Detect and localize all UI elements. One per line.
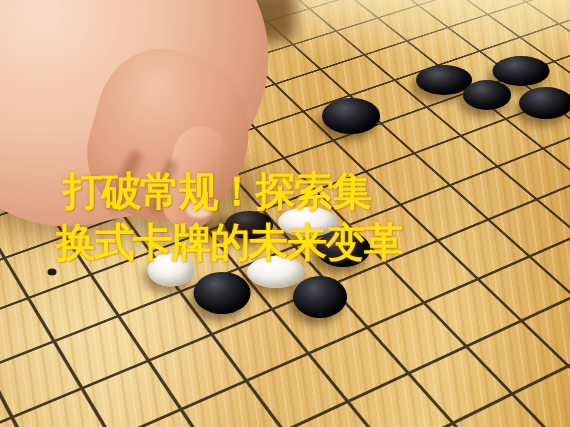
go-photo-scene: 打破常规！探索集 换式卡牌的未来变革: [0, 0, 570, 427]
caption-line-1: 打破常规！探索集: [63, 171, 371, 211]
caption-line-2: 换式卡牌的未来变革: [56, 222, 403, 262]
go-stone-black: [293, 276, 347, 318]
go-stone-black: [322, 98, 380, 134]
go-stone-black: [493, 56, 550, 86]
go-stone-black: [519, 87, 570, 119]
star-point: [48, 269, 57, 276]
go-stone-black: [463, 80, 511, 110]
go-stone-black: [194, 272, 251, 314]
